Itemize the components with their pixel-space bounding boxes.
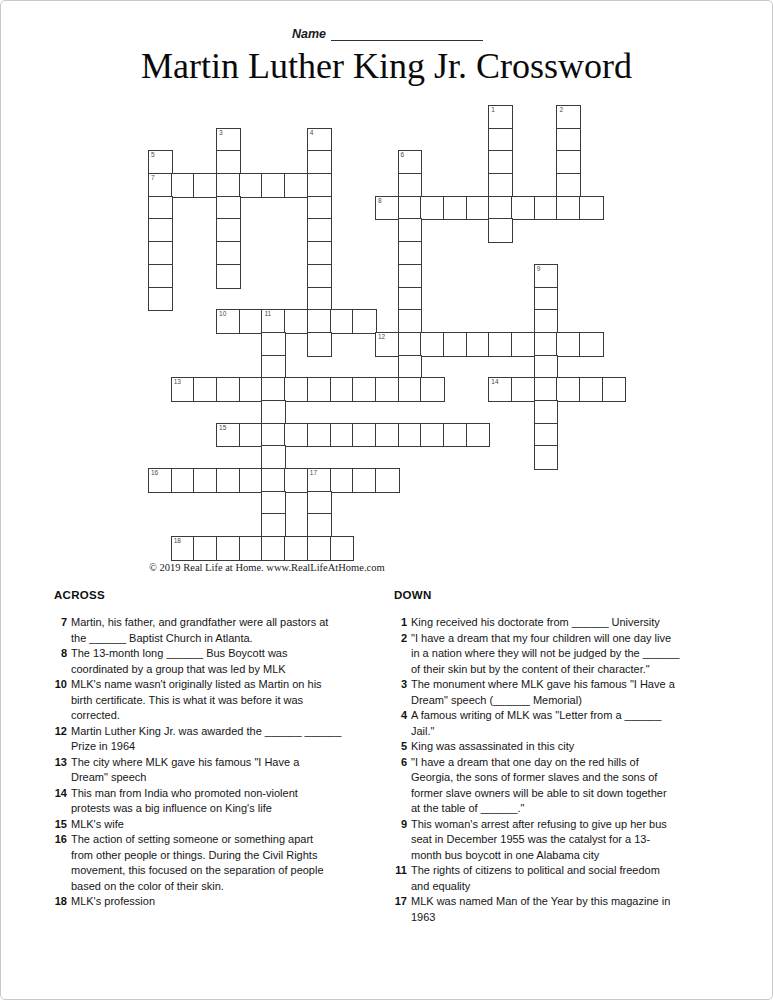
grid-cell-number: 11 [264, 311, 271, 318]
grid-cell[interactable] [399, 333, 422, 356]
clue-text: MLK's wife [71, 817, 383, 833]
grid-cell[interactable] [217, 537, 240, 560]
clue-number: 4 [394, 708, 407, 724]
grid-cell[interactable] [535, 378, 558, 401]
grid-cell[interactable] [331, 537, 354, 560]
grid-cell[interactable] [308, 310, 331, 333]
clue-item: 1King received his doctorate from ______… [394, 615, 743, 631]
grid-cell[interactable] [557, 151, 580, 174]
grid-cell[interactable]: 15 [217, 424, 240, 447]
grid-cell[interactable] [308, 424, 331, 447]
grid-cell[interactable] [421, 197, 444, 220]
grid-cell[interactable] [308, 514, 331, 537]
grid-cell[interactable] [331, 310, 354, 333]
clue-number: 16 [54, 832, 67, 848]
grid-cell[interactable] [399, 378, 422, 401]
grid-cell[interactable]: 13 [172, 378, 195, 401]
grid-cell[interactable] [285, 469, 308, 492]
grid-cell[interactable] [399, 265, 422, 288]
grid-cell[interactable] [557, 378, 580, 401]
grid-cell[interactable] [489, 333, 512, 356]
grid-cell[interactable] [489, 197, 512, 220]
grid-cell[interactable] [240, 174, 263, 197]
grid-cell[interactable] [399, 424, 422, 447]
grid-cell[interactable] [421, 378, 444, 401]
grid-cell-number: 4 [310, 130, 314, 137]
grid-cell[interactable] [308, 242, 331, 265]
clue-item: 9This woman's arrest after refusing to g… [394, 817, 743, 864]
clue-item: 8The 13-month long ______ Bus Boycott wa… [54, 646, 383, 677]
grid-cell[interactable] [149, 197, 172, 220]
grid-cell[interactable] [308, 288, 331, 311]
grid-cell[interactable] [399, 219, 422, 242]
grid-cell[interactable] [172, 469, 195, 492]
clue-number: 9 [394, 817, 407, 833]
name-row: Name [292, 27, 483, 41]
grid-cell[interactable] [444, 333, 467, 356]
down-heading: DOWN [394, 589, 743, 601]
clue-text: The rights of citizens to political and … [411, 863, 743, 894]
grid-cell-number: 1 [491, 107, 495, 114]
clue-text: A famous writing of MLK was "Letter from… [411, 708, 743, 739]
grid-cell[interactable] [535, 288, 558, 311]
grid-cell[interactable] [399, 174, 422, 197]
clue-item: 14This man from India who promoted non-v… [54, 786, 383, 817]
clue-text: King received his doctorate from ______ … [411, 615, 743, 631]
grid-cell[interactable] [580, 333, 603, 356]
grid-cell[interactable] [217, 219, 240, 242]
grid-cell-number: 3 [219, 130, 223, 137]
grid-cell[interactable] [262, 333, 285, 356]
grid-cell[interactable] [512, 333, 535, 356]
grid-cell[interactable] [331, 378, 354, 401]
clue-item: 7Martin, his father, and grandfather wer… [54, 615, 383, 646]
grid-cell[interactable] [353, 469, 376, 492]
grid-cell-number: 18 [174, 538, 181, 545]
grid-cell[interactable] [376, 378, 399, 401]
grid-cell[interactable] [217, 469, 240, 492]
clue-number: 7 [54, 615, 67, 631]
grid-cell[interactable] [308, 151, 331, 174]
clue-number: 8 [54, 646, 67, 662]
grid-cell[interactable] [467, 333, 490, 356]
grid-cell[interactable] [353, 310, 376, 333]
grid-cell[interactable] [489, 219, 512, 242]
grid-cell[interactable] [262, 174, 285, 197]
clue-text: MLK was named Man of the Year by this ma… [411, 894, 743, 925]
grid-cell-number: 12 [378, 334, 385, 341]
clue-number: 13 [54, 755, 67, 771]
grid-cell-number: 16 [151, 470, 158, 477]
grid-cell[interactable] [557, 333, 580, 356]
clue-number: 3 [394, 677, 407, 693]
across-clue-list: 7Martin, his father, and grandfather wer… [54, 615, 383, 910]
clue-item: 11The rights of citizens to political an… [394, 863, 743, 894]
grid-cell[interactable] [557, 174, 580, 197]
grid-cell[interactable] [194, 174, 217, 197]
grid-cell[interactable] [149, 265, 172, 288]
clue-text: "I have a dream that my four children wi… [411, 631, 743, 678]
down-section: DOWN 1King received his doctorate from _… [394, 589, 743, 925]
grid-cell[interactable] [376, 424, 399, 447]
grid-cell-number: 14 [491, 379, 498, 386]
grid-cell[interactable] [489, 129, 512, 152]
clue-number: 12 [54, 724, 67, 740]
grid-cell[interactable] [172, 174, 195, 197]
grid-cell[interactable] [308, 197, 331, 220]
grid-cell[interactable] [194, 469, 217, 492]
clue-number: 11 [394, 863, 407, 879]
grid-cell[interactable] [262, 514, 285, 537]
grid-cell[interactable] [399, 310, 422, 333]
grid-cell[interactable] [308, 378, 331, 401]
grid-cell[interactable] [512, 197, 535, 220]
grid-cell[interactable]: 18 [172, 537, 195, 560]
grid-cell-number: 5 [151, 152, 155, 159]
grid-cell[interactable] [331, 424, 354, 447]
clue-number: 5 [394, 739, 407, 755]
grid-cell[interactable] [308, 492, 331, 515]
worksheet-page: Name Martin Luther King Jr. Crossword 12… [0, 0, 773, 1000]
clue-item: 13The city where MLK gave his famous "I … [54, 755, 383, 786]
grid-cell[interactable] [217, 378, 240, 401]
grid-cell[interactable]: 2 [557, 106, 580, 129]
clue-number: 6 [394, 755, 407, 771]
grid-cell[interactable] [444, 424, 467, 447]
grid-cell[interactable] [535, 197, 558, 220]
grid-cell[interactable] [557, 197, 580, 220]
across-heading: ACROSS [54, 589, 383, 601]
grid-cell[interactable] [399, 197, 422, 220]
grid-cell[interactable] [240, 537, 263, 560]
grid-cell[interactable] [603, 378, 626, 401]
grid-cell[interactable] [194, 378, 217, 401]
grid-cell[interactable] [149, 288, 172, 311]
clue-item: 4A famous writing of MLK was "Letter fro… [394, 708, 743, 739]
grid-cell[interactable]: 4 [308, 129, 331, 152]
grid-cell[interactable] [308, 265, 331, 288]
grid-cell[interactable] [376, 469, 399, 492]
grid-cell[interactable] [262, 537, 285, 560]
grid-cell[interactable]: 17 [308, 469, 331, 492]
grid-cell[interactable] [535, 310, 558, 333]
clue-number: 1 [394, 615, 407, 631]
grid-cell[interactable] [240, 378, 263, 401]
grid-cell[interactable]: 1 [489, 106, 512, 129]
copyright-text: © 2019 Real Life at Home. www.RealLifeAt… [149, 562, 385, 573]
grid-cell[interactable] [240, 310, 263, 333]
across-section: ACROSS 7Martin, his father, and grandfat… [54, 589, 383, 910]
grid-cell[interactable] [149, 242, 172, 265]
clue-item: 12Martin Luther King Jr. was awarded the… [54, 724, 383, 755]
grid-cell[interactable] [421, 424, 444, 447]
grid-cell[interactable] [217, 151, 240, 174]
grid-cell[interactable] [535, 401, 558, 424]
crossword-grid: 123456789101112131415161718 [149, 106, 625, 560]
grid-cell[interactable] [331, 469, 354, 492]
clue-item: 5King was assassinated in this city [394, 739, 743, 755]
clue-number: 2 [394, 631, 407, 647]
grid-cell-number: 8 [378, 198, 382, 205]
grid-cell[interactable] [308, 537, 331, 560]
grid-cell[interactable] [262, 378, 285, 401]
down-clue-list: 1King received his doctorate from ______… [394, 615, 743, 925]
clue-item: 18MLK's profession [54, 894, 383, 910]
grid-cell[interactable] [262, 356, 285, 379]
grid-cell[interactable] [467, 197, 490, 220]
grid-cell[interactable]: 5 [149, 151, 172, 174]
grid-cell[interactable]: 14 [489, 378, 512, 401]
page-title: Martin Luther King Jr. Crossword [1, 46, 772, 86]
clue-item: 15MLK's wife [54, 817, 383, 833]
grid-cell[interactable] [535, 424, 558, 447]
clue-item: 10MLK's name wasn't originally listed as… [54, 677, 383, 724]
grid-cell[interactable] [535, 356, 558, 379]
grid-cell[interactable] [512, 378, 535, 401]
grid-cell[interactable]: 12 [376, 333, 399, 356]
grid-cell[interactable] [489, 174, 512, 197]
clue-number: 17 [394, 894, 407, 910]
grid-cell[interactable] [467, 424, 490, 447]
clue-text: The monument where MLK gave his famous "… [411, 677, 743, 708]
grid-cell[interactable] [353, 424, 376, 447]
grid-cell[interactable] [535, 333, 558, 356]
grid-cell[interactable] [240, 469, 263, 492]
grid-cell[interactable] [399, 288, 422, 311]
clue-number: 18 [54, 894, 67, 910]
name-fill-line[interactable] [331, 27, 483, 41]
grid-cell-number: 9 [537, 266, 541, 273]
grid-cell[interactable] [285, 174, 308, 197]
grid-cell-number: 6 [401, 152, 405, 159]
clue-text: The city where MLK gave his famous "I Ha… [71, 755, 383, 786]
clue-text: Martin, his father, and grandfather were… [71, 615, 383, 646]
grid-cell[interactable]: 16 [149, 469, 172, 492]
grid-cell[interactable] [285, 424, 308, 447]
clue-text: "I have a dream that one day on the red … [411, 755, 743, 817]
clue-number: 10 [54, 677, 67, 693]
clue-item: 16The action of setting someone or somet… [54, 832, 383, 894]
grid-cell[interactable] [285, 310, 308, 333]
grid-cell[interactable] [399, 242, 422, 265]
grid-cell[interactable] [308, 333, 331, 356]
clue-number: 15 [54, 817, 67, 833]
name-label: Name [292, 27, 326, 41]
grid-cell[interactable] [262, 446, 285, 469]
grid-cell[interactable] [444, 197, 467, 220]
clue-text: The 13-month long ______ Bus Boycott was… [71, 646, 383, 677]
grid-cell[interactable] [557, 129, 580, 152]
clue-text: King was assassinated in this city [411, 739, 743, 755]
grid-cell[interactable]: 9 [535, 265, 558, 288]
grid-cell[interactable]: 7 [149, 174, 172, 197]
grid-cell-number: 13 [174, 379, 181, 386]
grid-cell[interactable]: 8 [376, 197, 399, 220]
grid-cell[interactable] [353, 378, 376, 401]
grid-cell[interactable]: 3 [217, 129, 240, 152]
grid-cell[interactable] [308, 219, 331, 242]
grid-cell[interactable] [580, 378, 603, 401]
grid-cell[interactable] [262, 469, 285, 492]
grid-cell[interactable] [240, 424, 263, 447]
grid-cell[interactable] [217, 242, 240, 265]
grid-cell-number: 7 [151, 175, 155, 182]
grid-cell[interactable] [421, 333, 444, 356]
clue-text: MLK's profession [71, 894, 383, 910]
clue-item: 6"I have a dream that one day on the red… [394, 755, 743, 817]
clue-item: 3The monument where MLK gave his famous … [394, 677, 743, 708]
grid-cell[interactable] [399, 356, 422, 379]
grid-cell[interactable] [217, 265, 240, 288]
grid-cell[interactable] [580, 197, 603, 220]
grid-cell[interactable] [489, 151, 512, 174]
clue-item: 2"I have a dream that my four children w… [394, 631, 743, 678]
grid-cell-number: 2 [559, 107, 563, 114]
grid-cell[interactable]: 6 [399, 151, 422, 174]
clue-text: Martin Luther King Jr. was awarded the _… [71, 724, 383, 755]
grid-cell[interactable] [285, 378, 308, 401]
clue-number: 14 [54, 786, 67, 802]
grid-cell[interactable]: 10 [217, 310, 240, 333]
grid-cell[interactable]: 11 [262, 310, 285, 333]
clue-item: 17MLK was named Man of the Year by this … [394, 894, 743, 925]
grid-cell[interactable] [285, 537, 308, 560]
clue-text: MLK's name wasn't originally listed as M… [71, 677, 383, 724]
grid-cell-number: 15 [219, 425, 226, 432]
grid-cell[interactable] [262, 492, 285, 515]
grid-cell[interactable] [262, 401, 285, 424]
grid-cell[interactable] [308, 174, 331, 197]
clue-text: This man from India who promoted non-vio… [71, 786, 383, 817]
grid-cell-number: 10 [219, 311, 226, 318]
grid-cell-number: 17 [310, 470, 317, 477]
grid-cell[interactable] [149, 219, 172, 242]
grid-cell[interactable] [262, 424, 285, 447]
clue-text: The action of setting someone or somethi… [71, 832, 383, 894]
grid-cell[interactable] [217, 197, 240, 220]
grid-cell[interactable] [217, 174, 240, 197]
grid-cell[interactable] [535, 446, 558, 469]
grid-cell[interactable] [194, 537, 217, 560]
clue-text: This woman's arrest after refusing to gi… [411, 817, 743, 864]
